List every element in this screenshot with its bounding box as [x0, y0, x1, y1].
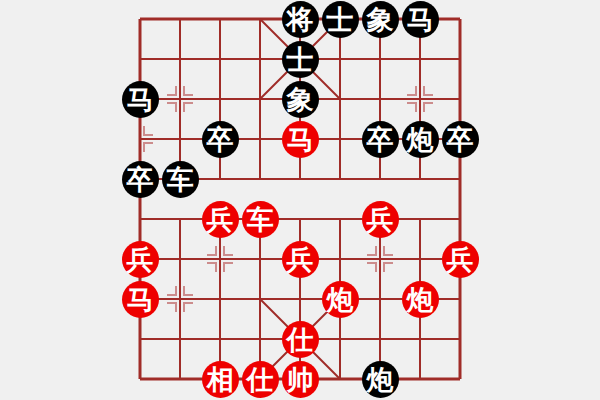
board-point[interactable]: 仕: [280, 319, 320, 359]
board-point[interactable]: 兵: [120, 239, 160, 279]
board-point[interactable]: [360, 79, 400, 119]
board-point[interactable]: [400, 319, 440, 359]
piece-black-elephant[interactable]: 象: [362, 1, 399, 38]
board-point[interactable]: 车: [240, 199, 280, 239]
board-point[interactable]: [400, 199, 440, 239]
board-point[interactable]: [240, 159, 280, 199]
board-point[interactable]: [440, 199, 480, 239]
board-point[interactable]: [160, 119, 200, 159]
board-point[interactable]: [160, 319, 200, 359]
board-point[interactable]: 仕: [240, 359, 280, 399]
piece-red-horse[interactable]: 马: [282, 121, 319, 158]
piece-black-soldier[interactable]: 卒: [202, 121, 239, 158]
board-point[interactable]: [440, 79, 480, 119]
xiangqi-board: 将士象马士马象卒马卒炮卒卒车兵车兵兵兵兵马炮炮仕相仕帅炮: [120, 0, 480, 399]
board-point[interactable]: [440, 279, 480, 319]
board-point[interactable]: 卒: [440, 119, 480, 159]
board-point[interactable]: 炮: [400, 279, 440, 319]
board-point[interactable]: [360, 319, 400, 359]
board-point[interactable]: 兵: [440, 239, 480, 279]
board-point[interactable]: [200, 319, 240, 359]
board-point[interactable]: [320, 199, 360, 239]
piece-black-horse[interactable]: 马: [402, 1, 439, 38]
board-point[interactable]: [440, 359, 480, 399]
board-point[interactable]: [320, 159, 360, 199]
board-point[interactable]: [320, 239, 360, 279]
board-point[interactable]: [280, 279, 320, 319]
board-point[interactable]: [360, 39, 400, 79]
piece-red-cannon[interactable]: 炮: [402, 281, 439, 318]
board-point[interactable]: [320, 119, 360, 159]
board-point[interactable]: [200, 79, 240, 119]
board-point[interactable]: [200, 279, 240, 319]
board-point[interactable]: [320, 359, 360, 399]
piece-red-soldier[interactable]: 兵: [202, 201, 239, 238]
board-point[interactable]: 卒: [360, 119, 400, 159]
board-point[interactable]: 马: [400, 0, 440, 39]
board-point[interactable]: [160, 359, 200, 399]
board-point[interactable]: [440, 159, 480, 199]
board-point[interactable]: 炮: [360, 359, 400, 399]
board-point[interactable]: [160, 79, 200, 119]
board-point[interactable]: [360, 279, 400, 319]
board-point[interactable]: 兵: [200, 199, 240, 239]
piece-red-elephant[interactable]: 相: [202, 361, 239, 398]
piece-black-soldier[interactable]: 卒: [362, 121, 399, 158]
board-point[interactable]: 士: [280, 39, 320, 79]
board-point[interactable]: [440, 39, 480, 79]
piece-red-general[interactable]: 帅: [282, 361, 319, 398]
piece-red-cannon[interactable]: 炮: [322, 281, 359, 318]
piece-black-soldier[interactable]: 卒: [442, 121, 479, 158]
board-point[interactable]: [160, 239, 200, 279]
board-point[interactable]: [440, 319, 480, 359]
board-point[interactable]: 炮: [400, 119, 440, 159]
piece-black-general[interactable]: 将: [282, 1, 319, 38]
board-point[interactable]: [200, 39, 240, 79]
piece-red-chariot[interactable]: 车: [242, 201, 279, 238]
board-point[interactable]: 车: [160, 159, 200, 199]
board-point[interactable]: [200, 159, 240, 199]
board-point[interactable]: [160, 39, 200, 79]
board-point[interactable]: [400, 159, 440, 199]
board-point[interactable]: [120, 359, 160, 399]
board-point[interactable]: [400, 39, 440, 79]
piece-black-cannon[interactable]: 炮: [402, 121, 439, 158]
board-point[interactable]: [160, 0, 200, 39]
board-point[interactable]: [120, 119, 160, 159]
piece-black-elephant[interactable]: 象: [282, 81, 319, 118]
board-point[interactable]: [400, 359, 440, 399]
board-point[interactable]: [120, 199, 160, 239]
board-point[interactable]: [280, 199, 320, 239]
board-point[interactable]: [240, 279, 280, 319]
board-point[interactable]: [320, 79, 360, 119]
piece-red-soldier[interactable]: 兵: [282, 241, 319, 278]
board-point[interactable]: 象: [280, 79, 320, 119]
board-point[interactable]: [240, 79, 280, 119]
board-point[interactable]: [240, 39, 280, 79]
piece-black-chariot[interactable]: 车: [162, 161, 199, 198]
board-point[interactable]: 兵: [280, 239, 320, 279]
piece-black-soldier[interactable]: 卒: [122, 161, 159, 198]
board-point[interactable]: [120, 319, 160, 359]
board-point[interactable]: [400, 79, 440, 119]
board-point[interactable]: [120, 39, 160, 79]
board-point[interactable]: [240, 239, 280, 279]
board-points-layer: 将士象马士马象卒马卒炮卒卒车兵车兵兵兵兵马炮炮仕相仕帅炮: [120, 0, 480, 399]
board-point[interactable]: 将: [280, 0, 320, 39]
board-point[interactable]: [240, 119, 280, 159]
piece-red-horse[interactable]: 马: [122, 281, 159, 318]
board-point[interactable]: [400, 239, 440, 279]
board-point[interactable]: 兵: [360, 199, 400, 239]
piece-black-horse[interactable]: 马: [122, 81, 159, 118]
board-point[interactable]: [200, 239, 240, 279]
board-point[interactable]: [360, 239, 400, 279]
board-point[interactable]: 卒: [120, 159, 160, 199]
board-point[interactable]: [280, 159, 320, 199]
board-point[interactable]: 帅: [280, 359, 320, 399]
piece-red-soldier[interactable]: 兵: [362, 201, 399, 238]
board-point[interactable]: [200, 0, 240, 39]
board-point[interactable]: 卒: [200, 119, 240, 159]
board-point[interactable]: 马: [120, 79, 160, 119]
board-point[interactable]: [120, 0, 160, 39]
board-point[interactable]: [160, 199, 200, 239]
board-point[interactable]: 士: [320, 0, 360, 39]
piece-red-advisor[interactable]: 仕: [242, 361, 279, 398]
board-point[interactable]: [320, 39, 360, 79]
piece-red-soldier[interactable]: 兵: [442, 241, 479, 278]
board-point[interactable]: [240, 319, 280, 359]
board-point[interactable]: [440, 0, 480, 39]
board-point[interactable]: 炮: [320, 279, 360, 319]
board-point[interactable]: [320, 319, 360, 359]
piece-black-advisor[interactable]: 士: [322, 1, 359, 38]
xiangqi-screenshot: 将士象马士马象卒马卒炮卒卒车兵车兵兵兵兵马炮炮仕相仕帅炮: [0, 0, 600, 400]
board-point[interactable]: 相: [200, 359, 240, 399]
board-point[interactable]: 马: [120, 279, 160, 319]
board-point[interactable]: [240, 0, 280, 39]
piece-red-advisor[interactable]: 仕: [282, 321, 319, 358]
piece-black-advisor[interactable]: 士: [282, 41, 319, 78]
board-point[interactable]: [360, 159, 400, 199]
piece-black-cannon[interactable]: 炮: [362, 361, 399, 398]
piece-red-soldier[interactable]: 兵: [122, 241, 159, 278]
board-point[interactable]: 马: [280, 119, 320, 159]
board-point[interactable]: 象: [360, 0, 400, 39]
board-point[interactable]: [160, 279, 200, 319]
